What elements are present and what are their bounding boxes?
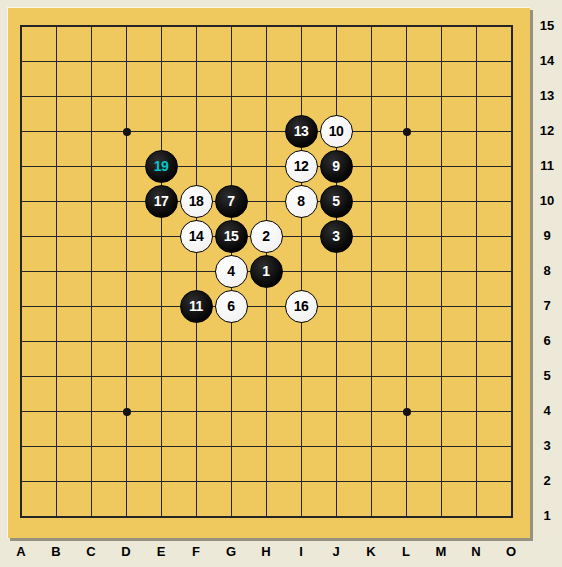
column-label-D: D <box>114 544 138 560</box>
stone-white-4: 4 <box>215 255 248 288</box>
stone-black-5: 5 <box>320 185 353 218</box>
star-point-L4 <box>403 408 411 416</box>
column-label-I: I <box>289 544 313 560</box>
stone-number: 13 <box>294 123 309 139</box>
row-label-7: 7 <box>535 298 559 314</box>
stone-number: 1 <box>262 263 269 279</box>
column-label-L: L <box>394 544 418 560</box>
row-label-11: 11 <box>535 158 559 174</box>
stone-black-7: 7 <box>215 185 248 218</box>
stone-number: 9 <box>332 158 339 174</box>
stone-number: 16 <box>294 298 309 314</box>
stone-number: 11 <box>189 298 203 314</box>
column-label-G: G <box>219 544 243 560</box>
column-label-C: C <box>79 544 103 560</box>
column-label-K: K <box>359 544 383 560</box>
stone-number: 12 <box>294 158 309 174</box>
column-label-N: N <box>464 544 488 560</box>
stone-number: 14 <box>189 228 204 244</box>
stone-number: 8 <box>297 193 304 209</box>
row-label-5: 5 <box>535 368 559 384</box>
stone-white-2: 2 <box>250 220 283 253</box>
column-label-E: E <box>149 544 173 560</box>
row-label-9: 9 <box>535 228 559 244</box>
star-point-D12 <box>123 128 131 136</box>
row-label-4: 4 <box>535 403 559 419</box>
column-label-B: B <box>44 544 68 560</box>
stone-black-17: 17 <box>145 185 178 218</box>
column-label-M: M <box>429 544 453 560</box>
stone-number: 6 <box>227 298 234 314</box>
stone-black-15: 15 <box>215 220 248 253</box>
row-label-10: 10 <box>535 193 559 209</box>
stone-white-14: 14 <box>180 220 213 253</box>
stone-black-9: 9 <box>320 150 353 183</box>
star-point-L12 <box>403 128 411 136</box>
stone-white-12: 12 <box>285 150 318 183</box>
stone-number: 2 <box>262 228 269 244</box>
row-label-13: 13 <box>535 88 559 104</box>
row-label-6: 6 <box>535 333 559 349</box>
column-label-J: J <box>324 544 348 560</box>
stone-white-18: 18 <box>180 185 213 218</box>
row-label-12: 12 <box>535 123 559 139</box>
stone-white-16: 16 <box>285 290 318 323</box>
star-point-D4 <box>123 408 131 416</box>
stone-number: 3 <box>332 228 339 244</box>
stone-black-19-last-move: 19 <box>145 150 178 183</box>
row-label-1: 1 <box>535 508 559 524</box>
row-label-2: 2 <box>535 473 559 489</box>
stone-number: 17 <box>154 193 169 209</box>
stone-white-6: 6 <box>215 290 248 323</box>
row-label-15: 15 <box>535 18 559 34</box>
column-label-F: F <box>184 544 208 560</box>
stone-black-3: 3 <box>320 220 353 253</box>
stone-number: 4 <box>227 263 234 279</box>
stone-number: 7 <box>227 193 234 209</box>
stone-black-13: 13 <box>285 115 318 148</box>
row-label-14: 14 <box>535 53 559 69</box>
stone-white-8: 8 <box>285 185 318 218</box>
stone-number: 5 <box>332 193 339 209</box>
stone-number: 18 <box>189 193 204 209</box>
stone-number: 15 <box>224 228 239 244</box>
stone-white-10: 10 <box>320 115 353 148</box>
row-label-3: 3 <box>535 438 559 454</box>
column-label-H: H <box>254 544 278 560</box>
column-label-A: A <box>9 544 33 560</box>
gomoku-diagram: 12345678910111213141516171819 ABCDEFGHIJ… <box>0 0 562 567</box>
stone-number: 10 <box>329 123 344 139</box>
row-label-8: 8 <box>535 263 559 279</box>
stone-black-1: 1 <box>250 255 283 288</box>
column-label-O: O <box>499 544 523 560</box>
stone-black-11: 11 <box>180 290 213 323</box>
stone-number: 19 <box>154 158 169 174</box>
